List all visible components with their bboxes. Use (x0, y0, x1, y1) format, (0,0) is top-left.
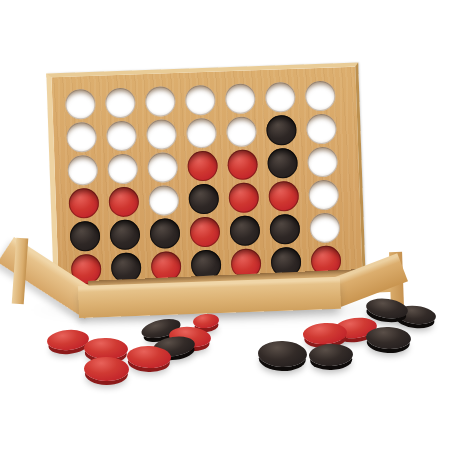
board-cell-r1-c2 (100, 85, 141, 119)
red-disc (228, 182, 259, 213)
black-disc (109, 219, 140, 250)
board-cell-r4-c2 (103, 184, 144, 218)
loose-red-disc (302, 322, 347, 345)
board-cell-r4-c5 (223, 180, 264, 214)
board-cell-r4-c3 (143, 183, 184, 217)
black-disc (229, 215, 260, 246)
board-cell-r2-c3 (141, 117, 182, 151)
board-cell-r5-c2 (104, 217, 145, 251)
empty-hole (106, 120, 137, 151)
empty-hole (306, 113, 337, 144)
product-photo (0, 0, 450, 450)
empty-hole (147, 151, 178, 182)
board-cell-r3-c5 (222, 147, 263, 181)
board-cell-r1-c5 (220, 81, 261, 115)
board-cell-r1-c3 (140, 84, 181, 118)
empty-hole (225, 83, 256, 114)
empty-hole (186, 117, 217, 148)
board-cell-r3-c2 (102, 151, 143, 185)
empty-hole (226, 116, 257, 147)
board-cell-r5-c3 (144, 216, 185, 250)
red-disc (189, 216, 220, 247)
empty-hole (146, 119, 177, 150)
board-cell-r2-c2 (101, 118, 142, 152)
connect-four-board (46, 63, 365, 290)
board-cell-r1-c6 (260, 80, 301, 114)
board-cell-r3-c4 (182, 148, 223, 182)
red-disc (68, 187, 99, 218)
red-disc (108, 186, 139, 217)
empty-hole (148, 184, 179, 215)
board-grid (51, 67, 362, 286)
loose-red-disc (84, 357, 129, 382)
empty-hole (265, 81, 296, 112)
black-disc (267, 147, 298, 178)
loose-red-disc (127, 345, 172, 369)
board-cell-r4-c4 (183, 181, 224, 215)
board-cell-r3-c1 (62, 153, 103, 187)
empty-hole (185, 84, 216, 115)
loose-black-disc (258, 340, 308, 368)
empty-hole (305, 80, 336, 111)
board-cell-r4-c1 (63, 186, 104, 220)
board-cell-r5-c1 (64, 219, 105, 253)
board-cell-r2-c7 (301, 111, 342, 145)
board-cell-r4-c7 (303, 177, 344, 211)
board-cell-r2-c1 (61, 120, 102, 154)
board-cell-r5-c6 (264, 212, 305, 246)
black-disc (69, 220, 100, 251)
red-disc (227, 149, 258, 180)
empty-hole (67, 154, 98, 185)
red-disc (268, 180, 299, 211)
board-cell-r3-c7 (302, 144, 343, 178)
loose-black-disc (309, 343, 354, 367)
black-disc (149, 217, 180, 248)
board-cell-r1-c7 (300, 78, 341, 112)
empty-hole (145, 86, 176, 117)
board-cell-r2-c4 (181, 115, 222, 149)
board-cell-r4-c6 (263, 179, 304, 213)
board-cell-r5-c7 (304, 210, 345, 244)
loose-black-disc (365, 326, 411, 350)
empty-hole (107, 153, 138, 184)
board-cell-r1-c1 (60, 87, 101, 121)
board-cell-r1-c4 (180, 82, 221, 116)
board-cell-r2-c5 (221, 114, 262, 148)
empty-hole (309, 212, 340, 243)
black-disc (269, 213, 300, 244)
empty-hole (66, 121, 97, 152)
board-cell-r5-c5 (224, 213, 265, 247)
black-disc (188, 183, 219, 214)
empty-hole (105, 87, 136, 118)
board-cell-r3-c6 (262, 146, 303, 180)
empty-hole (308, 179, 339, 210)
red-disc (187, 150, 218, 181)
empty-hole (307, 146, 338, 177)
board-cell-r2-c6 (261, 113, 302, 147)
black-disc (266, 114, 297, 145)
empty-hole (65, 88, 96, 119)
board-cell-r3-c3 (142, 150, 183, 184)
board-cell-r5-c4 (184, 214, 225, 248)
